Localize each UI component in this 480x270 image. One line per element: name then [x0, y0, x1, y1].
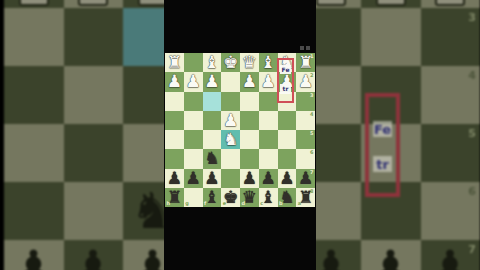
square-c4[interactable] [259, 111, 278, 130]
square-c5[interactable] [259, 130, 278, 149]
bg-rank-label-5: 5 [468, 127, 476, 140]
white-pawn-g2[interactable]: ♟ [186, 73, 201, 90]
square-h2[interactable]: ♟ [165, 72, 184, 91]
bg-square-h3 [4, 8, 64, 66]
bg-piece-base-h2 [19, 0, 49, 6]
square-g8[interactable]: g [184, 188, 203, 207]
bg-square-h6 [4, 182, 64, 240]
shorts-frame: 3♟4♞5♞6♟♟♟♟♟♟♟7 Fe tr ♜♝♚♛♝♞♜1♟♟♟♟♟♟♟23♟… [0, 0, 480, 270]
bg-black-pawn-a7: ♟ [428, 244, 473, 270]
square-f4[interactable] [203, 111, 222, 130]
square-e6[interactable] [221, 149, 240, 168]
square-g4[interactable] [184, 111, 203, 130]
square-f7[interactable]: ♟ [203, 169, 222, 188]
bg-square-a6: 6 [421, 182, 480, 240]
bg-square-b2 [361, 0, 421, 8]
square-b6[interactable] [278, 149, 297, 168]
square-h3[interactable] [165, 92, 184, 111]
white-pawn-e4[interactable]: ♟ [223, 112, 238, 129]
bg-square-g2 [64, 0, 124, 8]
bg-rank-label-4: 4 [468, 69, 476, 82]
square-d1[interactable]: ♛ [240, 53, 259, 72]
bg-square-a5: 5 [421, 124, 480, 182]
white-pawn-h2[interactable]: ♟ [167, 73, 182, 90]
black-pawn-f7[interactable]: ♟ [204, 170, 219, 187]
bg-square-g6 [64, 182, 124, 240]
square-c6[interactable] [259, 149, 278, 168]
square-a2[interactable]: ♟2 [296, 72, 315, 91]
square-g1[interactable] [184, 53, 203, 72]
square-e3[interactable] [221, 92, 240, 111]
square-e5[interactable]: ♞ [221, 130, 240, 149]
bg-square-h5 [4, 124, 64, 182]
file-label-e: e [223, 201, 226, 206]
square-e7[interactable] [221, 169, 240, 188]
bg-piece-base-a2 [435, 0, 465, 6]
rank-label-3: 3 [310, 93, 313, 98]
background-overlay-text-line2: tr [373, 156, 392, 172]
square-d6[interactable] [240, 149, 259, 168]
square-c2[interactable]: ♟ [259, 72, 278, 91]
black-pawn-b7[interactable]: ♟ [279, 170, 294, 187]
white-king-e1[interactable]: ♚ [223, 54, 238, 71]
white-bishop-f1[interactable]: ♝ [204, 54, 219, 71]
square-b7[interactable]: ♟ [278, 169, 297, 188]
square-g3[interactable] [184, 92, 203, 111]
overlay-text-line2: tr [280, 84, 291, 94]
bg-black-pawn-h7: ♟ [11, 244, 56, 270]
rank-label-7: 7 [310, 170, 313, 175]
red-rectangle-overlay: Fe tr [277, 58, 294, 103]
square-e1[interactable]: ♚ [221, 53, 240, 72]
rank-label-5: 5 [310, 131, 313, 136]
square-f3[interactable] [203, 92, 222, 111]
bg-square-h7: ♟ [4, 240, 64, 270]
square-c7[interactable]: ♟ [259, 169, 278, 188]
square-h4[interactable] [165, 111, 184, 130]
square-g2[interactable]: ♟ [184, 72, 203, 91]
square-d7[interactable]: ♟ [240, 169, 259, 188]
square-a4[interactable]: 4 [296, 111, 315, 130]
white-pawn-c2[interactable]: ♟ [261, 73, 276, 90]
black-pawn-c7[interactable]: ♟ [261, 170, 276, 187]
rank-label-6: 6 [310, 150, 313, 155]
file-label-d: d [242, 201, 246, 206]
white-pawn-f2[interactable]: ♟ [204, 73, 219, 90]
white-rook-h1[interactable]: ♜ [167, 54, 182, 71]
bg-square-b3 [361, 8, 421, 66]
rank-label-1: 1 [310, 54, 313, 59]
square-d8[interactable]: ♛d [240, 188, 259, 207]
square-a1[interactable]: ♜1 [296, 53, 315, 72]
square-a6[interactable]: 6 [296, 149, 315, 168]
square-h8[interactable]: ♜h [165, 188, 184, 207]
file-label-c: c [260, 201, 263, 206]
bg-square-g7: ♟ [64, 240, 124, 270]
file-label-b: b [279, 201, 283, 206]
video-frame[interactable]: ♜♝♚♛♝♞♜1♟♟♟♟♟♟♟23♟4♞5♞6♟♟♟♟♟♟♟7♜hg♝f♚e♛d… [164, 0, 316, 270]
bg-square-g3 [64, 8, 124, 66]
square-h5[interactable] [165, 130, 184, 149]
white-knight-e5[interactable]: ♞ [223, 131, 238, 148]
square-c3[interactable] [259, 92, 278, 111]
square-d3[interactable] [240, 92, 259, 111]
square-g6[interactable] [184, 149, 203, 168]
square-e8[interactable]: ♚e [221, 188, 240, 207]
square-a3[interactable]: 3 [296, 92, 315, 111]
white-queen-d1[interactable]: ♛ [242, 54, 257, 71]
white-pawn-d2[interactable]: ♟ [242, 73, 257, 90]
bg-square-g5 [64, 124, 124, 182]
square-e4[interactable]: ♟ [221, 111, 240, 130]
bg-square-g4 [64, 66, 124, 124]
background-red-rectangle-overlay: Fe tr [365, 93, 400, 197]
file-label-f: f [204, 201, 206, 206]
square-b5[interactable] [278, 130, 297, 149]
square-d4[interactable] [240, 111, 259, 130]
bg-black-pawn-b7: ♟ [368, 244, 413, 270]
square-b4[interactable] [278, 111, 297, 130]
bg-square-h2 [4, 0, 64, 8]
black-pawn-d7[interactable]: ♟ [242, 170, 257, 187]
square-e2[interactable] [221, 72, 240, 91]
bg-square-h4 [4, 66, 64, 124]
file-label-a: a [298, 201, 301, 206]
bg-black-pawn-g7: ♟ [71, 244, 116, 270]
square-b8[interactable]: ♞b [278, 188, 297, 207]
square-g7[interactable]: ♟ [184, 169, 203, 188]
bg-rank-label-6: 6 [468, 185, 476, 198]
bg-square-b7: ♟ [361, 240, 421, 270]
file-label-g: g [185, 201, 189, 206]
square-a7[interactable]: ♟7 [296, 169, 315, 188]
file-label-h: h [167, 201, 171, 206]
square-f2[interactable]: ♟ [203, 72, 222, 91]
square-c8[interactable]: ♝c [259, 188, 278, 207]
background-overlay-text-line1: Fe [373, 121, 392, 137]
overlay-text-line1: Fe [280, 65, 291, 74]
bg-square-a4: 4 [421, 66, 480, 124]
video-ui-icon[interactable] [300, 46, 310, 50]
bg-square-a2 [421, 0, 480, 8]
square-c1[interactable]: ♝ [259, 53, 278, 72]
bg-rank-label-7: 7 [468, 243, 476, 256]
square-d5[interactable] [240, 130, 259, 149]
rank-label-4: 4 [310, 112, 313, 117]
bg-piece-base-b2 [376, 0, 406, 6]
square-a8[interactable]: ♜8a [296, 188, 315, 207]
square-f1[interactable]: ♝ [203, 53, 222, 72]
square-f5[interactable] [203, 130, 222, 149]
black-knight-f6[interactable]: ♞ [204, 150, 219, 167]
rank-label-2: 2 [310, 73, 313, 78]
square-a5[interactable]: 5 [296, 130, 315, 149]
bg-piece-base-g2 [78, 0, 108, 6]
black-bishop-f8[interactable]: ♝ [204, 189, 219, 206]
bg-square-a3: 3 [421, 8, 480, 66]
square-h1[interactable]: ♜ [165, 53, 184, 72]
rank-label-8: 8 [310, 189, 313, 194]
square-h7[interactable]: ♟ [165, 169, 184, 188]
bg-piece-base-c2 [316, 0, 346, 6]
black-pawn-g7[interactable]: ♟ [186, 170, 201, 187]
bg-rank-label-3: 3 [468, 11, 476, 24]
square-h6[interactable] [165, 149, 184, 168]
square-f6[interactable]: ♞ [203, 149, 222, 168]
square-g5[interactable] [184, 130, 203, 149]
black-pawn-h7[interactable]: ♟ [167, 170, 182, 187]
square-f8[interactable]: ♝f [203, 188, 222, 207]
bg-square-a7: ♟7 [421, 240, 480, 270]
white-bishop-c1[interactable]: ♝ [261, 54, 276, 71]
square-d2[interactable]: ♟ [240, 72, 259, 91]
